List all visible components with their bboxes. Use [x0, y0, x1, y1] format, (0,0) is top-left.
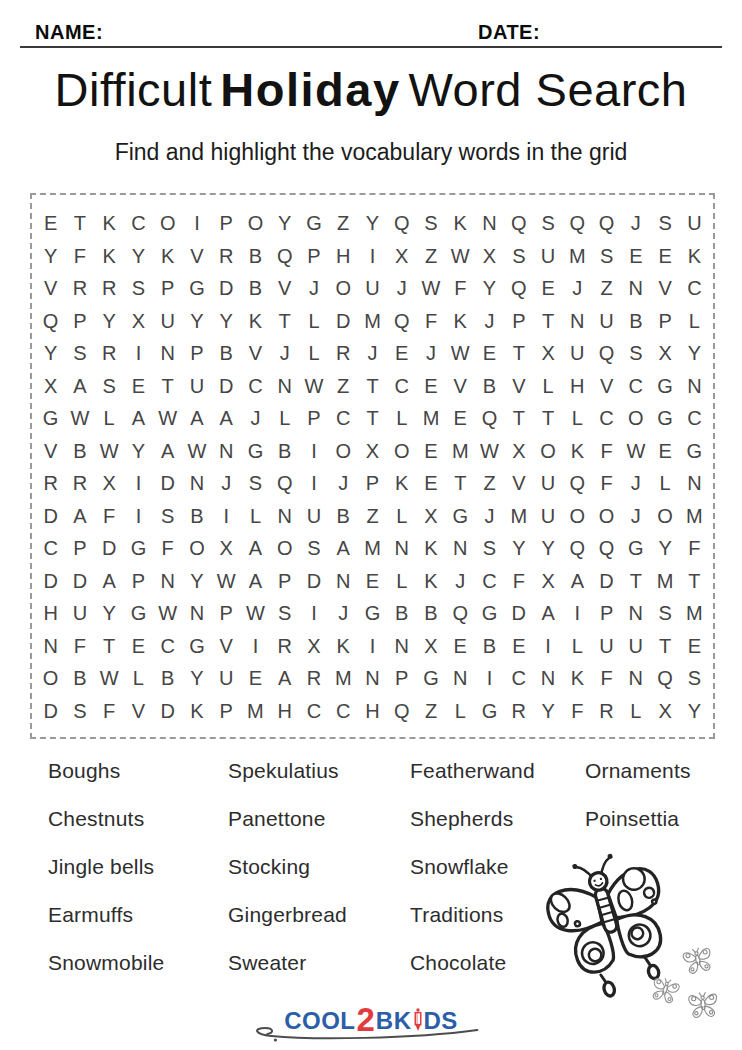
grid-cell[interactable]: D: [212, 272, 241, 305]
grid-cell[interactable]: J: [387, 272, 416, 305]
grid-cell[interactable]: S: [592, 240, 621, 273]
grid-cell[interactable]: S: [153, 500, 182, 533]
grid-cell[interactable]: X: [299, 630, 328, 663]
grid-cell[interactable]: A: [65, 500, 94, 533]
grid-cell[interactable]: M: [416, 402, 445, 435]
grid-cell[interactable]: R: [65, 467, 94, 500]
grid-cell[interactable]: B: [212, 337, 241, 370]
grid-cell[interactable]: B: [241, 240, 270, 273]
grid-cell[interactable]: R: [592, 695, 621, 728]
grid-cell[interactable]: G: [475, 695, 504, 728]
grid-cell[interactable]: M: [504, 500, 533, 533]
word-item[interactable]: Ornaments: [585, 747, 691, 795]
grid-cell[interactable]: S: [650, 597, 679, 630]
grid-cell[interactable]: N: [680, 370, 709, 403]
grid-cell[interactable]: I: [299, 435, 328, 468]
grid-cell[interactable]: U: [533, 240, 562, 273]
grid-cell[interactable]: B: [65, 662, 94, 695]
grid-cell[interactable]: P: [153, 272, 182, 305]
grid-cell[interactable]: Y: [95, 305, 124, 338]
grid-cell[interactable]: J: [621, 207, 650, 240]
grid-cell[interactable]: A: [329, 532, 358, 565]
grid-cell[interactable]: N: [621, 597, 650, 630]
grid-cell[interactable]: Q: [446, 597, 475, 630]
grid-cell[interactable]: L: [95, 402, 124, 435]
grid-cell[interactable]: U: [592, 630, 621, 663]
grid-cell[interactable]: I: [475, 662, 504, 695]
grid-cell[interactable]: L: [241, 500, 270, 533]
grid-cell[interactable]: X: [416, 500, 445, 533]
grid-cell[interactable]: R: [299, 662, 328, 695]
grid-cell[interactable]: K: [446, 305, 475, 338]
grid-cell[interactable]: X: [95, 467, 124, 500]
grid-cell[interactable]: K: [416, 532, 445, 565]
word-item[interactable]: Earmuffs: [48, 891, 164, 939]
grid-cell[interactable]: S: [241, 467, 270, 500]
grid-cell[interactable]: I: [299, 597, 328, 630]
grid-cell[interactable]: T: [95, 630, 124, 663]
grid-cell[interactable]: L: [621, 695, 650, 728]
grid-cell[interactable]: A: [65, 370, 94, 403]
grid-cell[interactable]: V: [212, 630, 241, 663]
grid-cell[interactable]: N: [387, 532, 416, 565]
grid-cell[interactable]: U: [621, 630, 650, 663]
grid-cell[interactable]: A: [241, 532, 270, 565]
grid-cell[interactable]: Q: [270, 467, 299, 500]
grid-cell[interactable]: N: [446, 662, 475, 695]
grid-cell[interactable]: M: [329, 662, 358, 695]
grid-cell[interactable]: G: [650, 402, 679, 435]
grid-cell[interactable]: W: [153, 597, 182, 630]
grid-cell[interactable]: K: [563, 662, 592, 695]
grid-cell[interactable]: Y: [124, 435, 153, 468]
grid-cell[interactable]: Y: [680, 695, 709, 728]
grid-cell[interactable]: D: [329, 305, 358, 338]
grid-cell[interactable]: D: [65, 565, 94, 598]
grid-cell[interactable]: P: [299, 402, 328, 435]
grid-cell[interactable]: Y: [504, 532, 533, 565]
grid-cell[interactable]: V: [504, 467, 533, 500]
grid-cell[interactable]: C: [621, 370, 650, 403]
grid-cell[interactable]: F: [592, 435, 621, 468]
grid-cell[interactable]: Q: [563, 532, 592, 565]
grid-cell[interactable]: N: [475, 207, 504, 240]
grid-cell[interactable]: L: [299, 305, 328, 338]
word-item[interactable]: Poinsettia: [585, 795, 691, 843]
grid-cell[interactable]: O: [387, 435, 416, 468]
word-item[interactable]: Boughs: [48, 747, 164, 795]
grid-cell[interactable]: B: [475, 370, 504, 403]
grid-cell[interactable]: J: [475, 305, 504, 338]
word-item[interactable]: Shepherds: [410, 795, 535, 843]
grid-cell[interactable]: Q: [563, 207, 592, 240]
grid-cell[interactable]: V: [446, 370, 475, 403]
grid-cell[interactable]: T: [504, 402, 533, 435]
grid-cell[interactable]: Y: [212, 305, 241, 338]
grid-cell[interactable]: T: [650, 630, 679, 663]
grid-cell[interactable]: Y: [680, 337, 709, 370]
grid-cell[interactable]: E: [387, 337, 416, 370]
grid-cell[interactable]: Q: [36, 305, 65, 338]
grid-cell[interactable]: J: [621, 467, 650, 500]
grid-cell[interactable]: S: [680, 662, 709, 695]
grid-cell[interactable]: S: [65, 695, 94, 728]
word-item[interactable]: Jingle bells: [48, 843, 164, 891]
grid-cell[interactable]: A: [153, 435, 182, 468]
grid-cell[interactable]: U: [299, 500, 328, 533]
grid-cell[interactable]: L: [299, 337, 328, 370]
grid-cell[interactable]: T: [358, 402, 387, 435]
grid-cell[interactable]: V: [182, 240, 211, 273]
grid-cell[interactable]: S: [504, 240, 533, 273]
grid-cell[interactable]: I: [124, 500, 153, 533]
grid-cell[interactable]: D: [153, 695, 182, 728]
grid-cell[interactable]: N: [533, 662, 562, 695]
grid-cell[interactable]: S: [416, 207, 445, 240]
grid-cell[interactable]: L: [270, 402, 299, 435]
grid-cell[interactable]: J: [212, 467, 241, 500]
word-item[interactable]: Gingerbread: [228, 891, 347, 939]
grid-cell[interactable]: I: [124, 467, 153, 500]
grid-cell[interactable]: O: [533, 435, 562, 468]
grid-cell[interactable]: F: [680, 532, 709, 565]
grid-cell[interactable]: B: [270, 435, 299, 468]
grid-cell[interactable]: V: [592, 370, 621, 403]
grid-cell[interactable]: C: [592, 402, 621, 435]
grid-cell[interactable]: Y: [270, 207, 299, 240]
grid-cell[interactable]: G: [241, 435, 270, 468]
grid-cell[interactable]: E: [36, 207, 65, 240]
grid-cell[interactable]: T: [446, 467, 475, 500]
grid-cell[interactable]: A: [241, 565, 270, 598]
grid-cell[interactable]: F: [504, 565, 533, 598]
grid-cell[interactable]: U: [153, 305, 182, 338]
grid-cell[interactable]: O: [329, 435, 358, 468]
grid-cell[interactable]: N: [387, 630, 416, 663]
grid-cell[interactable]: W: [446, 337, 475, 370]
grid-cell[interactable]: A: [533, 597, 562, 630]
grid-cell[interactable]: I: [533, 630, 562, 663]
grid-cell[interactable]: Y: [650, 532, 679, 565]
grid-cell[interactable]: G: [124, 597, 153, 630]
grid-cell[interactable]: W: [153, 402, 182, 435]
grid-cell[interactable]: O: [182, 532, 211, 565]
grid-cell[interactable]: B: [329, 500, 358, 533]
grid-cell[interactable]: D: [592, 565, 621, 598]
grid-cell[interactable]: J: [446, 565, 475, 598]
grid-cell[interactable]: O: [241, 207, 270, 240]
grid-cell[interactable]: N: [358, 662, 387, 695]
grid-cell[interactable]: B: [387, 597, 416, 630]
grid-cell[interactable]: E: [621, 240, 650, 273]
grid-cell[interactable]: Y: [358, 207, 387, 240]
grid-cell[interactable]: L: [533, 370, 562, 403]
grid-cell[interactable]: G: [358, 597, 387, 630]
grid-cell[interactable]: F: [65, 630, 94, 663]
grid-cell[interactable]: G: [680, 435, 709, 468]
grid-cell[interactable]: U: [563, 337, 592, 370]
grid-cell[interactable]: X: [387, 240, 416, 273]
grid-cell[interactable]: Q: [592, 337, 621, 370]
grid-cell[interactable]: K: [446, 207, 475, 240]
grid-cell[interactable]: L: [650, 467, 679, 500]
grid-cell[interactable]: E: [124, 370, 153, 403]
grid-cell[interactable]: U: [533, 467, 562, 500]
grid-cell[interactable]: P: [65, 532, 94, 565]
grid-cell[interactable]: A: [182, 402, 211, 435]
grid-cell[interactable]: L: [563, 402, 592, 435]
grid-cell[interactable]: G: [446, 500, 475, 533]
grid-cell[interactable]: S: [650, 207, 679, 240]
grid-cell[interactable]: R: [95, 272, 124, 305]
grid-cell[interactable]: P: [212, 207, 241, 240]
grid-cell[interactable]: K: [680, 240, 709, 273]
grid-cell[interactable]: L: [124, 662, 153, 695]
grid-cell[interactable]: R: [504, 695, 533, 728]
grid-cell[interactable]: I: [124, 337, 153, 370]
grid-cell[interactable]: W: [95, 662, 124, 695]
grid-cell[interactable]: E: [504, 630, 533, 663]
grid-cell[interactable]: N: [153, 565, 182, 598]
grid-cell[interactable]: S: [65, 337, 94, 370]
grid-cell[interactable]: H: [36, 597, 65, 630]
grid-cell[interactable]: U: [65, 597, 94, 630]
grid-cell[interactable]: X: [650, 695, 679, 728]
grid-cell[interactable]: N: [621, 272, 650, 305]
grid-cell[interactable]: W: [416, 272, 445, 305]
grid-cell[interactable]: K: [329, 630, 358, 663]
grid-cell[interactable]: J: [299, 272, 328, 305]
grid-cell[interactable]: T: [270, 305, 299, 338]
grid-cell[interactable]: Y: [182, 662, 211, 695]
grid-cell[interactable]: T: [153, 370, 182, 403]
grid-cell[interactable]: S: [299, 532, 328, 565]
grid-cell[interactable]: W: [241, 597, 270, 630]
grid-cell[interactable]: C: [124, 207, 153, 240]
grid-cell[interactable]: E: [416, 467, 445, 500]
grid-cell[interactable]: M: [358, 532, 387, 565]
grid-cell[interactable]: X: [36, 370, 65, 403]
grid-cell[interactable]: G: [621, 532, 650, 565]
grid-cell[interactable]: C: [680, 402, 709, 435]
grid-cell[interactable]: K: [241, 305, 270, 338]
grid-cell[interactable]: K: [95, 240, 124, 273]
grid-cell[interactable]: U: [533, 500, 562, 533]
grid-cell[interactable]: T: [504, 337, 533, 370]
grid-cell[interactable]: Q: [592, 207, 621, 240]
grid-cell[interactable]: H: [563, 370, 592, 403]
grid-cell[interactable]: V: [650, 272, 679, 305]
grid-cell[interactable]: G: [36, 402, 65, 435]
grid-cell[interactable]: Q: [592, 532, 621, 565]
word-item[interactable]: Chestnuts: [48, 795, 164, 843]
grid-cell[interactable]: X: [358, 435, 387, 468]
grid-cell[interactable]: V: [124, 695, 153, 728]
grid-cell[interactable]: C: [680, 272, 709, 305]
grid-cell[interactable]: X: [650, 337, 679, 370]
grid-cell[interactable]: R: [212, 240, 241, 273]
grid-cell[interactable]: N: [270, 500, 299, 533]
grid-cell[interactable]: S: [270, 597, 299, 630]
grid-cell[interactable]: T: [621, 565, 650, 598]
word-item[interactable]: Spekulatius: [228, 747, 347, 795]
word-item[interactable]: Traditions: [410, 891, 535, 939]
grid-cell[interactable]: I: [299, 467, 328, 500]
grid-cell[interactable]: W: [65, 402, 94, 435]
word-item[interactable]: Featherwand: [410, 747, 535, 795]
grid-cell[interactable]: Y: [36, 240, 65, 273]
grid-cell[interactable]: X: [212, 532, 241, 565]
word-item[interactable]: Stocking: [228, 843, 347, 891]
grid-cell[interactable]: T: [680, 565, 709, 598]
grid-cell[interactable]: B: [182, 500, 211, 533]
grid-cell[interactable]: O: [592, 500, 621, 533]
grid-cell[interactable]: O: [329, 272, 358, 305]
grid-cell[interactable]: Y: [36, 337, 65, 370]
grid-cell[interactable]: A: [124, 402, 153, 435]
grid-cell[interactable]: F: [95, 695, 124, 728]
grid-cell[interactable]: C: [36, 532, 65, 565]
grid-cell[interactable]: D: [36, 500, 65, 533]
grid-cell[interactable]: N: [680, 467, 709, 500]
grid-cell[interactable]: T: [533, 402, 562, 435]
grid-cell[interactable]: Z: [475, 467, 504, 500]
grid-cell[interactable]: U: [212, 662, 241, 695]
grid-cell[interactable]: T: [65, 207, 94, 240]
grid-cell[interactable]: W: [182, 435, 211, 468]
grid-cell[interactable]: G: [182, 272, 211, 305]
grid-cell[interactable]: L: [563, 630, 592, 663]
grid-cell[interactable]: C: [299, 695, 328, 728]
grid-cell[interactable]: W: [621, 435, 650, 468]
grid-cell[interactable]: V: [241, 337, 270, 370]
grid-cell[interactable]: F: [592, 662, 621, 695]
grid-cell[interactable]: I: [563, 597, 592, 630]
grid-cell[interactable]: B: [416, 597, 445, 630]
grid-cell[interactable]: D: [36, 565, 65, 598]
grid-cell[interactable]: Q: [504, 207, 533, 240]
grid-cell[interactable]: M: [650, 565, 679, 598]
grid-cell[interactable]: A: [270, 662, 299, 695]
grid-cell[interactable]: H: [270, 695, 299, 728]
grid-cell[interactable]: Q: [475, 402, 504, 435]
grid-cell[interactable]: Y: [533, 532, 562, 565]
grid-cell[interactable]: P: [65, 305, 94, 338]
word-item[interactable]: Chocolate: [410, 939, 535, 987]
grid-cell[interactable]: G: [124, 532, 153, 565]
grid-cell[interactable]: N: [563, 305, 592, 338]
grid-cell[interactable]: Q: [387, 207, 416, 240]
grid-cell[interactable]: P: [592, 597, 621, 630]
grid-cell[interactable]: K: [95, 207, 124, 240]
grid-cell[interactable]: R: [270, 630, 299, 663]
grid-cell[interactable]: H: [329, 240, 358, 273]
grid-cell[interactable]: Z: [592, 272, 621, 305]
grid-cell[interactable]: Y: [533, 695, 562, 728]
grid-cell[interactable]: R: [329, 337, 358, 370]
grid-cell[interactable]: L: [387, 402, 416, 435]
grid-cell[interactable]: A: [212, 402, 241, 435]
grid-cell[interactable]: T: [533, 305, 562, 338]
grid-cell[interactable]: G: [416, 662, 445, 695]
grid-cell[interactable]: N: [36, 630, 65, 663]
grid-cell[interactable]: R: [65, 272, 94, 305]
grid-cell[interactable]: L: [680, 305, 709, 338]
grid-cell[interactable]: X: [416, 630, 445, 663]
grid-cell[interactable]: P: [212, 597, 241, 630]
grid-cell[interactable]: D: [504, 597, 533, 630]
grid-cell[interactable]: Q: [504, 272, 533, 305]
grid-cell[interactable]: Z: [416, 695, 445, 728]
grid-cell[interactable]: P: [270, 565, 299, 598]
grid-cell[interactable]: G: [475, 597, 504, 630]
grid-cell[interactable]: J: [358, 337, 387, 370]
grid-cell[interactable]: I: [358, 630, 387, 663]
grid-cell[interactable]: K: [563, 435, 592, 468]
grid-cell[interactable]: Q: [387, 695, 416, 728]
grid-cell[interactable]: M: [241, 695, 270, 728]
grid-cell[interactable]: M: [680, 597, 709, 630]
grid-cell[interactable]: E: [650, 240, 679, 273]
grid-cell[interactable]: E: [446, 630, 475, 663]
grid-cell[interactable]: V: [36, 272, 65, 305]
grid-cell[interactable]: R: [36, 467, 65, 500]
grid-cell[interactable]: O: [36, 662, 65, 695]
grid-cell[interactable]: E: [416, 435, 445, 468]
grid-cell[interactable]: O: [563, 500, 592, 533]
grid-cell[interactable]: I: [358, 240, 387, 273]
grid-cell[interactable]: V: [504, 370, 533, 403]
grid-cell[interactable]: Q: [650, 662, 679, 695]
grid-cell[interactable]: Y: [95, 597, 124, 630]
grid-cell[interactable]: V: [270, 272, 299, 305]
grid-cell[interactable]: B: [621, 305, 650, 338]
grid-cell[interactable]: U: [182, 370, 211, 403]
word-item[interactable]: Panettone: [228, 795, 347, 843]
grid-cell[interactable]: C: [329, 695, 358, 728]
grid-cell[interactable]: L: [446, 695, 475, 728]
grid-cell[interactable]: A: [563, 565, 592, 598]
grid-cell[interactable]: M: [680, 500, 709, 533]
grid-cell[interactable]: F: [65, 240, 94, 273]
grid-cell[interactable]: F: [95, 500, 124, 533]
grid-cell[interactable]: F: [416, 305, 445, 338]
grid-cell[interactable]: P: [387, 662, 416, 695]
grid-cell[interactable]: Q: [563, 467, 592, 500]
grid-cell[interactable]: X: [533, 337, 562, 370]
grid-cell[interactable]: S: [124, 272, 153, 305]
grid-cell[interactable]: C: [504, 662, 533, 695]
grid-cell[interactable]: S: [621, 337, 650, 370]
grid-cell[interactable]: N: [329, 565, 358, 598]
grid-cell[interactable]: S: [95, 370, 124, 403]
grid-cell[interactable]: E: [241, 662, 270, 695]
grid-cell[interactable]: C: [387, 370, 416, 403]
grid-cell[interactable]: H: [358, 695, 387, 728]
grid-cell[interactable]: Z: [329, 207, 358, 240]
grid-cell[interactable]: I: [212, 500, 241, 533]
grid-cell[interactable]: D: [212, 370, 241, 403]
grid-cell[interactable]: F: [153, 532, 182, 565]
grid-cell[interactable]: P: [299, 240, 328, 273]
grid-cell[interactable]: Z: [329, 370, 358, 403]
grid-cell[interactable]: P: [504, 305, 533, 338]
grid-cell[interactable]: M: [563, 240, 592, 273]
grid-cell[interactable]: F: [592, 467, 621, 500]
word-item[interactable]: Snowmobile: [48, 939, 164, 987]
grid-cell[interactable]: E: [475, 337, 504, 370]
grid-cell[interactable]: K: [153, 240, 182, 273]
